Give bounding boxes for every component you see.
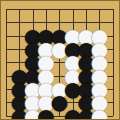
black-stone: ● <box>39 109 53 120</box>
white-stone: ● <box>92 109 106 120</box>
grid-line-vertical <box>113 9 114 116</box>
go-board[interactable]: ●●●●●●●●●●●●●●●●●●●●●●●●●●●●●●●●●●●●●●●●… <box>0 0 120 120</box>
